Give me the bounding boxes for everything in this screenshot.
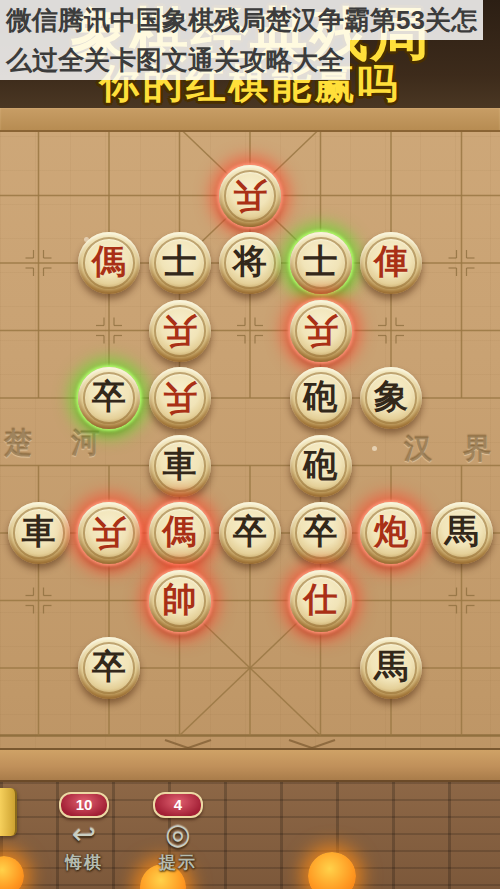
bottom-beam [0,748,500,782]
undo-count-badge: 10 [59,792,109,818]
black-horse-glyph: 馬 [374,650,408,684]
page-title: 微信腾讯中国象棋残局楚汉争霸第53关怎 么过全关卡图文通关攻略大全 [0,0,483,80]
red-chariot-glyph: 俥 [374,245,408,279]
red-soldier-glyph: 兵 [163,381,197,415]
piece-black-soldier[interactable]: 卒 [219,502,281,564]
piece-black-soldier[interactable]: 卒 [78,367,140,429]
undo-button-label: 悔棋 [48,851,120,874]
black-soldier-glyph: 卒 [92,650,126,684]
piece-black-advisor[interactable]: 士 [290,232,352,294]
piece-black-advisor[interactable]: 士 [149,232,211,294]
piece-red-chariot[interactable]: 俥 [360,232,422,294]
river-label-han: 汉 界 [404,430,500,468]
sparkle [372,446,377,451]
red-soldier-glyph: 兵 [304,314,338,348]
piece-red-soldier[interactable]: 兵 [219,165,281,227]
red-horse-glyph: 傌 [163,515,197,549]
piece-black-soldier[interactable]: 卒 [78,637,140,699]
piece-red-cannon[interactable]: 炮 [360,502,422,564]
undo-icon: ↩ [48,818,120,851]
red-soldier-glyph: 兵 [233,179,267,213]
black-cannon-glyph: 砲 [304,380,338,414]
undo-button[interactable]: 10 ↩ 悔棋 [48,792,120,874]
black-soldier-glyph: 卒 [92,380,126,414]
black-horse-glyph: 馬 [445,515,479,549]
piece-black-horse[interactable]: 馬 [360,637,422,699]
page-title-line-1: 微信腾讯中国象棋残局楚汉争霸第53关怎 [0,0,483,40]
gold-panel-edge [0,788,17,836]
piece-red-soldier[interactable]: 兵 [149,300,211,362]
piece-red-horse[interactable]: 傌 [149,502,211,564]
piece-red-soldier[interactable]: 兵 [149,367,211,429]
piece-red-advisor[interactable]: 仕 [290,570,352,632]
red-general-glyph: 帥 [163,583,197,617]
hint-button-label: 提示 [142,851,214,874]
red-soldier-glyph: 兵 [92,516,126,550]
piece-black-soldier[interactable]: 卒 [290,502,352,564]
hint-icon: ◎ [142,818,214,851]
page-title-line-2: 么过全关卡图文通关攻略大全 [0,40,350,80]
black-advisor-glyph: 士 [163,245,197,279]
hint-button[interactable]: 4 ◎ 提示 [142,792,214,874]
piece-black-chariot[interactable]: 車 [8,502,70,564]
piece-black-elephant[interactable]: 象 [360,367,422,429]
screenshot-root: 楚 河 汉 界 兵傌士将士俥兵兵卒兵砲象車砲車兵傌卒卒炮馬帥仕卒馬 象棋经典残局… [0,0,500,889]
red-horse-glyph: 傌 [92,245,126,279]
piece-red-soldier[interactable]: 兵 [290,300,352,362]
black-chariot-glyph: 車 [163,448,197,482]
black-soldier-glyph: 卒 [233,515,267,549]
hint-count-badge: 4 [153,792,203,818]
black-advisor-glyph: 士 [304,245,338,279]
piece-red-horse[interactable]: 傌 [78,232,140,294]
red-soldier-glyph: 兵 [163,314,197,348]
red-advisor-glyph: 仕 [304,583,338,617]
black-general-glyph: 将 [233,245,267,279]
black-chariot-glyph: 車 [22,515,56,549]
piece-black-chariot[interactable]: 車 [149,435,211,497]
piece-black-horse[interactable]: 馬 [431,502,493,564]
piece-red-general[interactable]: 帥 [149,570,211,632]
black-elephant-glyph: 象 [374,380,408,414]
red-cannon-glyph: 炮 [374,515,408,549]
river-label-chu: 楚 河 [4,424,115,462]
piece-red-soldier[interactable]: 兵 [78,502,140,564]
black-soldier-glyph: 卒 [304,515,338,549]
black-cannon-glyph: 砲 [304,448,338,482]
piece-black-general[interactable]: 将 [219,232,281,294]
piece-black-cannon[interactable]: 砲 [290,367,352,429]
piece-black-cannon[interactable]: 砲 [290,435,352,497]
